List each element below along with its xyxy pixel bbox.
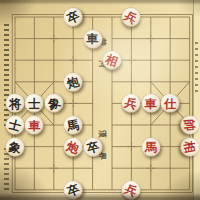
xiangqi-board-photo: 楚河漢界 卒兵車相炮将士象兵車仕士車馬帥象炮卒馬相卒兵	[0, 0, 200, 200]
xiangqi-board: 楚河漢界 卒兵車相炮将士象兵車仕士車馬帥象炮卒馬相卒兵	[0, 0, 200, 200]
piece-red-horse[interactable]: 馬	[141, 137, 160, 156]
river-char: 漢	[98, 130, 106, 138]
piece-black-chariot[interactable]: 車	[83, 29, 102, 48]
board-right-edge-text	[192, 0, 200, 200]
piece-black-general[interactable]: 将	[6, 94, 25, 113]
piece-black-advisor[interactable]: 士	[25, 94, 44, 113]
piece-red-chariot[interactable]: 車	[141, 94, 160, 113]
piece-red-advisor[interactable]: 仕	[161, 94, 180, 113]
piece-red-chariot[interactable]: 車	[25, 116, 44, 135]
